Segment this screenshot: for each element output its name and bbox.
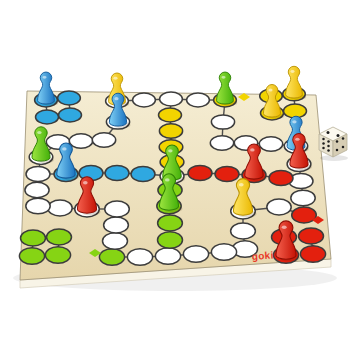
- die-pip: [322, 138, 325, 141]
- track-circle-T17: [231, 223, 256, 239]
- start-circle-T23: [99, 249, 124, 266]
- pawn-highlight: [62, 147, 66, 150]
- home-circle-RH1: [269, 170, 293, 185]
- track-circle-T3: [160, 92, 183, 106]
- track-circle-T31: [26, 166, 50, 181]
- track-circle-T35: [92, 133, 115, 148]
- track-circle-T19: [211, 244, 236, 261]
- die-pip: [327, 140, 330, 143]
- pawn-highlight: [83, 181, 88, 184]
- pawn-highlight: [292, 120, 296, 123]
- track-circle-T7: [210, 136, 233, 151]
- track-circle-T25: [104, 217, 129, 233]
- die-pip: [327, 145, 330, 148]
- track-circle-T20: [183, 246, 208, 263]
- track-circle-T28: [48, 200, 72, 216]
- die-pip: [336, 140, 339, 143]
- base-circle-BB3: [36, 110, 59, 124]
- die-pip: [322, 147, 325, 150]
- ludo-scene: goki: [0, 0, 350, 350]
- track-circle-T9: [259, 137, 282, 152]
- track-circle-T13: [291, 190, 315, 206]
- die[interactable]: [319, 127, 347, 157]
- die-pip: [342, 137, 345, 140]
- pawn-yellow-YB2[interactable]: [286, 66, 303, 98]
- pawn-highlight: [295, 138, 299, 141]
- pawn-blue-BB1[interactable]: [38, 72, 55, 104]
- pawn-highlight: [114, 97, 118, 100]
- home-circle-YH1: [159, 108, 182, 122]
- home-circle-RH3: [215, 166, 239, 181]
- pawn-highlight: [268, 88, 272, 91]
- base-circle-RB4: [300, 246, 325, 263]
- base-circle-GB3: [19, 248, 44, 265]
- pawn-highlight: [290, 70, 294, 73]
- die-pip: [322, 142, 325, 145]
- track-circle-T21: [155, 248, 180, 265]
- track-circle-T29: [26, 198, 50, 214]
- home-circle-GH3: [158, 215, 183, 231]
- pawn-highlight: [165, 178, 170, 181]
- base-circle-RB2: [299, 228, 324, 244]
- home-circle-BH4: [131, 166, 155, 181]
- base-circle-BB2: [58, 91, 81, 105]
- base-circle-GB1: [21, 230, 46, 246]
- home-circle-GH4: [158, 232, 183, 248]
- pawn-highlight: [282, 225, 287, 229]
- track-circle-T4: [187, 93, 210, 107]
- base-circle-GB2: [47, 229, 72, 245]
- die-pip: [342, 146, 345, 149]
- pawn-highlight: [221, 76, 225, 79]
- brand-logo: goki: [251, 250, 273, 262]
- pawn-green-T5[interactable]: [217, 72, 234, 104]
- pawn-highlight: [37, 131, 41, 134]
- track-circle-T2: [133, 93, 156, 107]
- ludo-board-photo: goki: [0, 0, 350, 350]
- home-circle-RH4: [188, 166, 212, 181]
- home-circle-BH3: [105, 166, 129, 181]
- die-pip: [327, 149, 330, 152]
- track-circle-T30: [25, 182, 49, 197]
- start-circle-T14: [292, 207, 317, 223]
- track-circle-T26: [105, 201, 130, 217]
- home-circle-YH2: [159, 124, 182, 138]
- track-circle-T6: [211, 115, 234, 129]
- pawn-highlight: [42, 76, 46, 79]
- track-circle-T15: [267, 199, 291, 215]
- pawn-highlight: [239, 183, 244, 186]
- die-pip: [327, 131, 330, 134]
- pawn-highlight: [168, 149, 173, 152]
- base-circle-GB4: [45, 247, 70, 264]
- base-circle-BB4: [59, 108, 82, 122]
- pawn-highlight: [250, 148, 254, 151]
- track-circle-T22: [127, 249, 152, 266]
- track-circle-T34: [69, 134, 92, 149]
- pawn-highlight: [113, 77, 117, 80]
- die-pip: [337, 134, 340, 137]
- track-circle-T24: [103, 233, 128, 249]
- die-pip: [336, 149, 339, 152]
